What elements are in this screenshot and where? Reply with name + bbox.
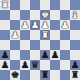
square-e3[interactable]: ♟ bbox=[40, 50, 50, 60]
white-pawn-d6[interactable]: ♟ bbox=[30, 20, 40, 30]
square-g2[interactable] bbox=[60, 60, 70, 70]
square-d5[interactable] bbox=[30, 30, 40, 40]
square-f3[interactable]: ♟ bbox=[50, 50, 60, 60]
square-a6[interactable] bbox=[0, 20, 10, 30]
square-a7[interactable] bbox=[0, 10, 10, 20]
square-e1[interactable]: ♜ bbox=[40, 70, 50, 80]
square-d6[interactable]: ♟ bbox=[30, 20, 40, 30]
square-a5[interactable] bbox=[0, 30, 10, 40]
white-pawn-b5[interactable]: ♟ bbox=[10, 30, 20, 40]
square-h4[interactable] bbox=[70, 40, 80, 50]
square-a2[interactable]: ♟ bbox=[0, 60, 10, 70]
black-pawn-e3[interactable]: ♟ bbox=[40, 50, 50, 60]
square-b8[interactable] bbox=[10, 0, 20, 10]
square-h6[interactable] bbox=[70, 20, 80, 30]
square-h7[interactable]: ♝ bbox=[70, 10, 80, 20]
square-c2[interactable]: ♟ bbox=[20, 60, 30, 70]
square-g3[interactable] bbox=[60, 50, 70, 60]
square-g8[interactable] bbox=[60, 0, 70, 10]
square-c5[interactable] bbox=[20, 30, 30, 40]
square-c1[interactable] bbox=[20, 70, 30, 80]
black-king-b1[interactable]: ♚ bbox=[10, 70, 20, 80]
square-c6[interactable]: ♟ bbox=[20, 20, 30, 30]
square-f7[interactable] bbox=[50, 10, 60, 20]
square-a8[interactable]: ♜ bbox=[0, 0, 10, 10]
square-e5[interactable]: ♜ bbox=[40, 30, 50, 40]
square-d1[interactable] bbox=[30, 70, 40, 80]
black-pawn-f3[interactable]: ♟ bbox=[50, 50, 60, 60]
black-pawn-a2[interactable]: ♟ bbox=[0, 60, 10, 70]
square-g5[interactable] bbox=[60, 30, 70, 40]
black-rook-h1[interactable]: ♜ bbox=[70, 70, 80, 80]
square-g4[interactable] bbox=[60, 40, 70, 50]
square-b5[interactable]: ♟ bbox=[10, 30, 20, 40]
square-d4[interactable] bbox=[30, 40, 40, 50]
black-pawn-c2[interactable]: ♟ bbox=[20, 60, 30, 70]
square-f2[interactable] bbox=[50, 60, 60, 70]
white-bishop-h7[interactable]: ♝ bbox=[70, 10, 80, 20]
square-c4[interactable] bbox=[20, 40, 30, 50]
square-f5[interactable] bbox=[50, 30, 60, 40]
square-g1[interactable] bbox=[60, 70, 70, 80]
square-b4[interactable] bbox=[10, 40, 20, 50]
square-g6[interactable]: ♟ bbox=[60, 20, 70, 30]
black-rook-e1[interactable]: ♜ bbox=[40, 70, 50, 80]
square-c8[interactable] bbox=[20, 0, 30, 10]
square-f8[interactable] bbox=[50, 0, 60, 10]
square-h1[interactable]: ♜ bbox=[70, 70, 80, 80]
square-f6[interactable] bbox=[50, 20, 60, 30]
square-b3[interactable] bbox=[10, 50, 20, 60]
square-a1[interactable] bbox=[0, 70, 10, 80]
square-d2[interactable]: ♛ bbox=[30, 60, 40, 70]
black-queen-d2[interactable]: ♛ bbox=[30, 60, 40, 70]
square-f1[interactable] bbox=[50, 70, 60, 80]
chess-board: ♜♚♝♟♟♟♟♟♜♟♟♟♟♟♛♟♚♜♜ bbox=[0, 0, 80, 80]
square-h5[interactable] bbox=[70, 30, 80, 40]
square-b1[interactable]: ♚ bbox=[10, 70, 20, 80]
white-rook-e5[interactable]: ♜ bbox=[40, 30, 50, 40]
white-pawn-c6[interactable]: ♟ bbox=[20, 20, 30, 30]
white-rook-a8[interactable]: ♜ bbox=[0, 0, 10, 10]
square-b7[interactable] bbox=[10, 10, 20, 20]
square-d8[interactable] bbox=[30, 0, 40, 10]
white-pawn-g6[interactable]: ♟ bbox=[60, 20, 70, 30]
